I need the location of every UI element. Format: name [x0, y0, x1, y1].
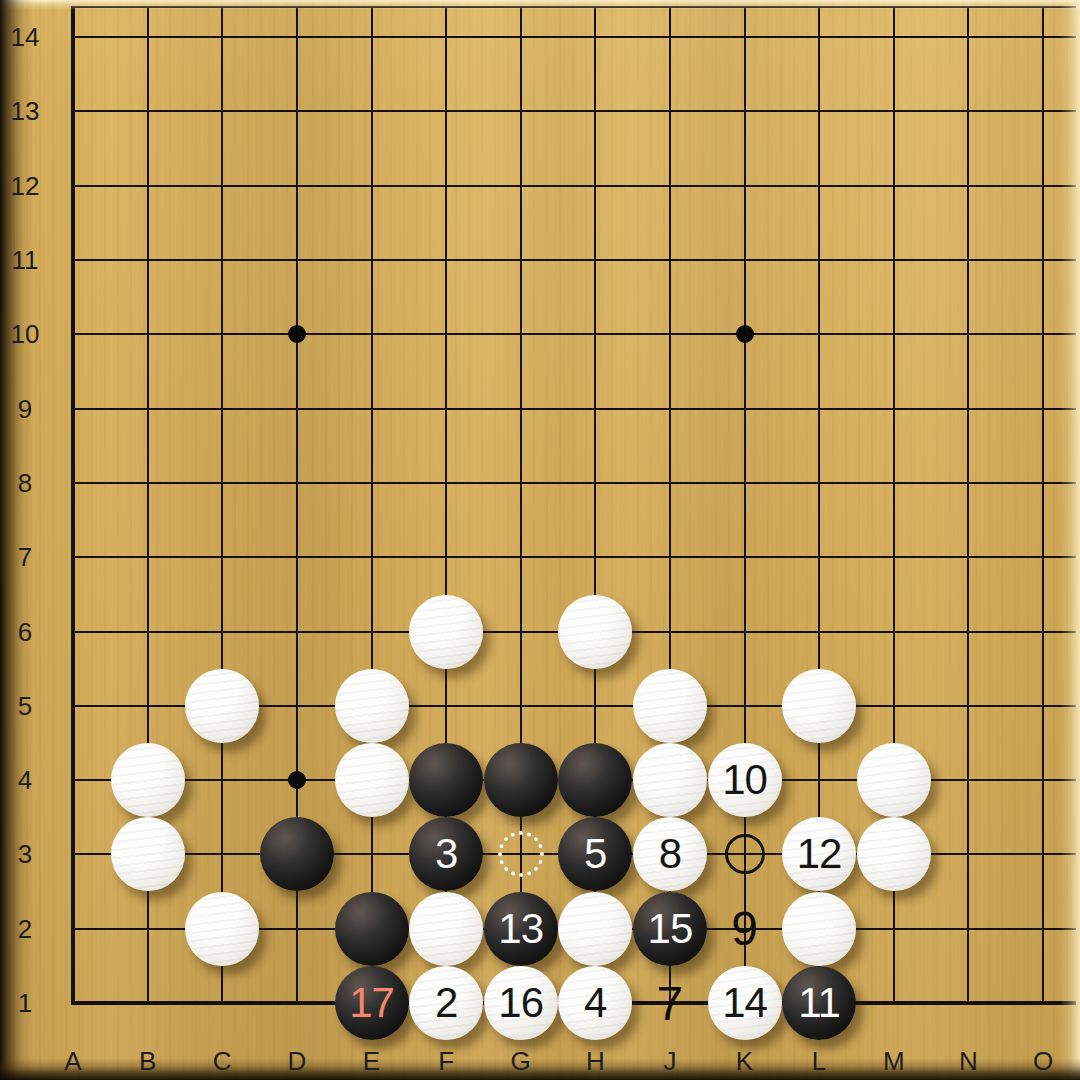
stone-white-H1: 4	[558, 966, 632, 1040]
stone-black-H4	[558, 743, 632, 817]
move-number-5: 5	[584, 833, 606, 875]
stone-white-M3	[857, 817, 931, 891]
pending-move-marker-G3[interactable]	[498, 831, 544, 877]
stone-white-B4	[111, 743, 185, 817]
stone-black-J2: 15	[633, 892, 707, 966]
stone-white-B3	[111, 817, 185, 891]
stone-white-J3: 8	[633, 817, 707, 891]
stone-black-E1: 17	[335, 966, 409, 1040]
go-board[interactable]: ABCDEFGHJKLMNO1413121110987654321 103581…	[0, 0, 1080, 1080]
move-number-13: 13	[498, 908, 543, 950]
stone-black-G4	[484, 743, 558, 817]
circle-marker-K3	[725, 834, 765, 874]
move-number-3: 3	[435, 833, 457, 875]
stone-white-K4: 10	[708, 743, 782, 817]
move-number-15: 15	[648, 908, 693, 950]
move-number-12: 12	[797, 833, 842, 875]
move-number-10: 10	[722, 759, 767, 801]
stone-black-D3	[260, 817, 334, 891]
stone-white-J5	[633, 669, 707, 743]
stone-white-E5	[335, 669, 409, 743]
captured-move-number-7: 7	[633, 966, 707, 1040]
stone-white-H2	[558, 892, 632, 966]
stone-black-G2: 13	[484, 892, 558, 966]
stone-white-G1: 16	[484, 966, 558, 1040]
stone-black-F3: 3	[409, 817, 483, 891]
stone-white-H6	[558, 595, 632, 669]
stone-black-E2	[335, 892, 409, 966]
stone-white-M4	[857, 743, 931, 817]
stone-white-L5	[782, 669, 856, 743]
move-number-11: 11	[798, 982, 840, 1024]
stone-white-F2	[409, 892, 483, 966]
stone-white-C2	[185, 892, 259, 966]
move-number-4: 4	[584, 982, 606, 1024]
stone-white-E4	[335, 743, 409, 817]
move-number-2: 2	[435, 982, 457, 1024]
move-number-14: 14	[722, 982, 767, 1024]
stone-black-F4	[409, 743, 483, 817]
stone-white-K1: 14	[708, 966, 782, 1040]
captured-move-number-9: 9	[708, 892, 782, 966]
stone-white-F6	[409, 595, 483, 669]
move-number-16: 16	[498, 982, 543, 1024]
stone-white-F1: 2	[409, 966, 483, 1040]
stones-layer: 10358121315172164141179	[0, 0, 1080, 1080]
move-number-17: 17	[349, 982, 394, 1024]
stone-white-L3: 12	[782, 817, 856, 891]
stone-black-H3: 5	[558, 817, 632, 891]
stone-white-L2	[782, 892, 856, 966]
stone-black-L1: 11	[782, 966, 856, 1040]
move-number-8: 8	[659, 833, 681, 875]
stone-white-C5	[185, 669, 259, 743]
stone-white-J4	[633, 743, 707, 817]
